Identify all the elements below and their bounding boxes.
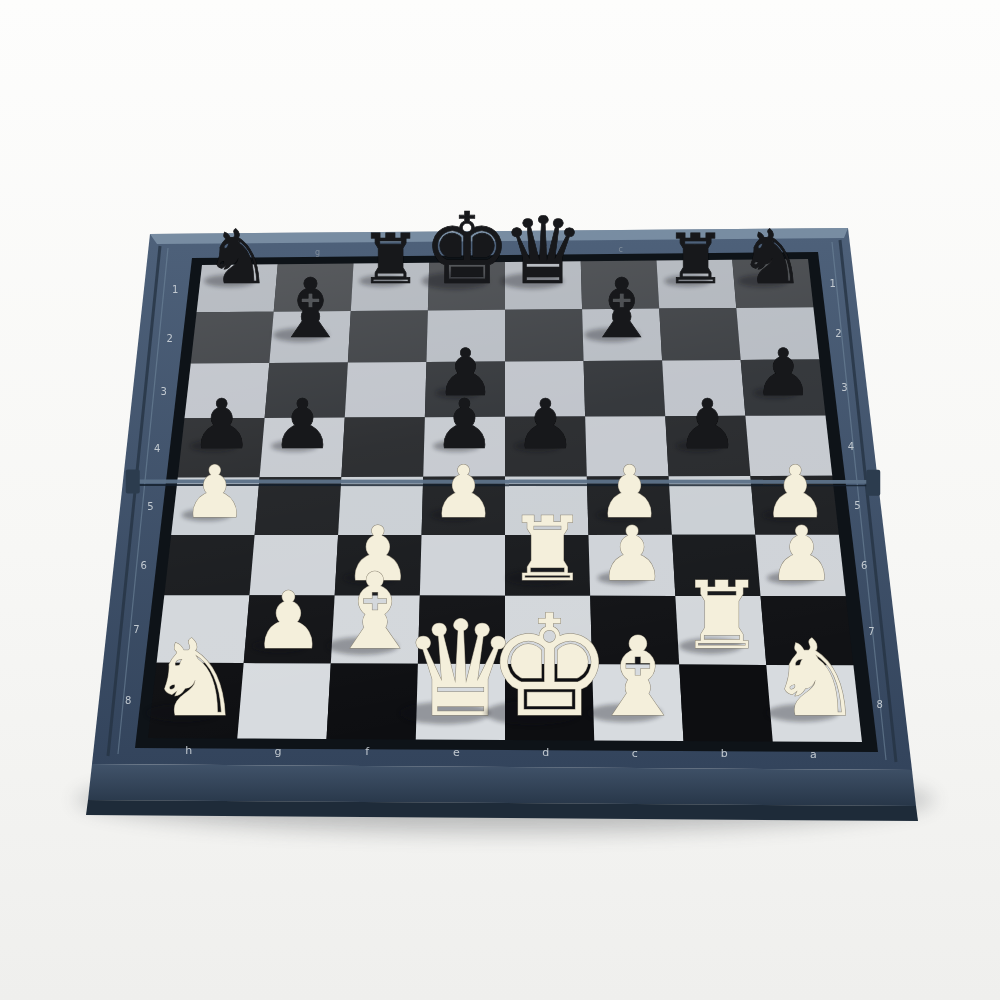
rank-label-left-7: 7 (133, 624, 139, 635)
rank-label-right-5: 5 (854, 500, 860, 511)
black-knight-icon: ♞ (739, 214, 806, 301)
rank-label-left-5: 5 (147, 501, 153, 512)
file-label-bottom-a: a (810, 748, 817, 761)
white-knight-icon: ♞ (148, 617, 243, 740)
file-label-bottom-b: b (721, 747, 728, 760)
black-knight-icon: ♞ (205, 214, 272, 301)
rank-label-right-1: 1 (830, 278, 836, 289)
black-pawn-icon: ♟ (754, 335, 812, 410)
file-label-bottom-e: e (453, 746, 460, 759)
rank-label-right-6: 6 (861, 560, 867, 571)
rank-label-left-2: 2 (166, 333, 172, 344)
black-pawn-icon: ♟ (272, 384, 333, 464)
black-bishop-icon: ♝ (274, 261, 347, 356)
chess-set-photo: hhggffeeddccbbaa1122334455667788♞♜♚♛♜♞♝♝… (0, 0, 1000, 1000)
white-pawn-icon: ♟ (431, 450, 496, 534)
black-rook-icon: ♜ (665, 219, 726, 299)
file-label-bottom-g: g (274, 745, 281, 758)
rank-label-left-6: 6 (141, 560, 147, 571)
file-label-top-g: g (315, 248, 320, 257)
hinge-right (866, 470, 880, 496)
chessboard: hhggffeeddccbbaa1122334455667788♞♜♚♛♜♞♝♝… (0, 0, 1000, 1000)
hinge-left (126, 469, 140, 493)
file-label-bottom-d: d (542, 746, 549, 759)
black-pawn-icon: ♟ (515, 384, 576, 464)
black-rook-icon: ♜ (360, 219, 421, 299)
black-king-icon: ♚ (423, 191, 511, 306)
file-label-bottom-c: c (632, 747, 638, 760)
file-label-bottom-h: h (185, 744, 192, 757)
black-bishop-icon: ♝ (585, 261, 658, 356)
rank-label-left-8: 8 (125, 695, 131, 706)
file-label-top-c: c (618, 245, 622, 254)
white-knight-icon: ♞ (768, 617, 863, 740)
rank-label-right-8: 8 (877, 699, 883, 710)
rank-label-left-4: 4 (154, 443, 160, 454)
rank-label-right-2: 2 (835, 328, 841, 339)
rank-label-left-3: 3 (160, 386, 166, 397)
white-pawn-icon: ♟ (768, 510, 836, 598)
rank-label-right-7: 7 (868, 626, 874, 637)
rank-label-right-4: 4 (848, 441, 854, 452)
white-pawn-icon: ♟ (182, 450, 247, 534)
board-front-edge (88, 764, 916, 806)
black-queen-icon: ♛ (502, 197, 585, 305)
rank-label-right-3: 3 (841, 382, 847, 393)
white-pawn-icon: ♟ (253, 575, 324, 667)
black-pawn-icon: ♟ (677, 384, 738, 464)
rank-label-left-1: 1 (172, 284, 178, 295)
white-rook-icon: ♜ (680, 561, 764, 670)
white-bishop-icon: ♝ (589, 613, 687, 741)
